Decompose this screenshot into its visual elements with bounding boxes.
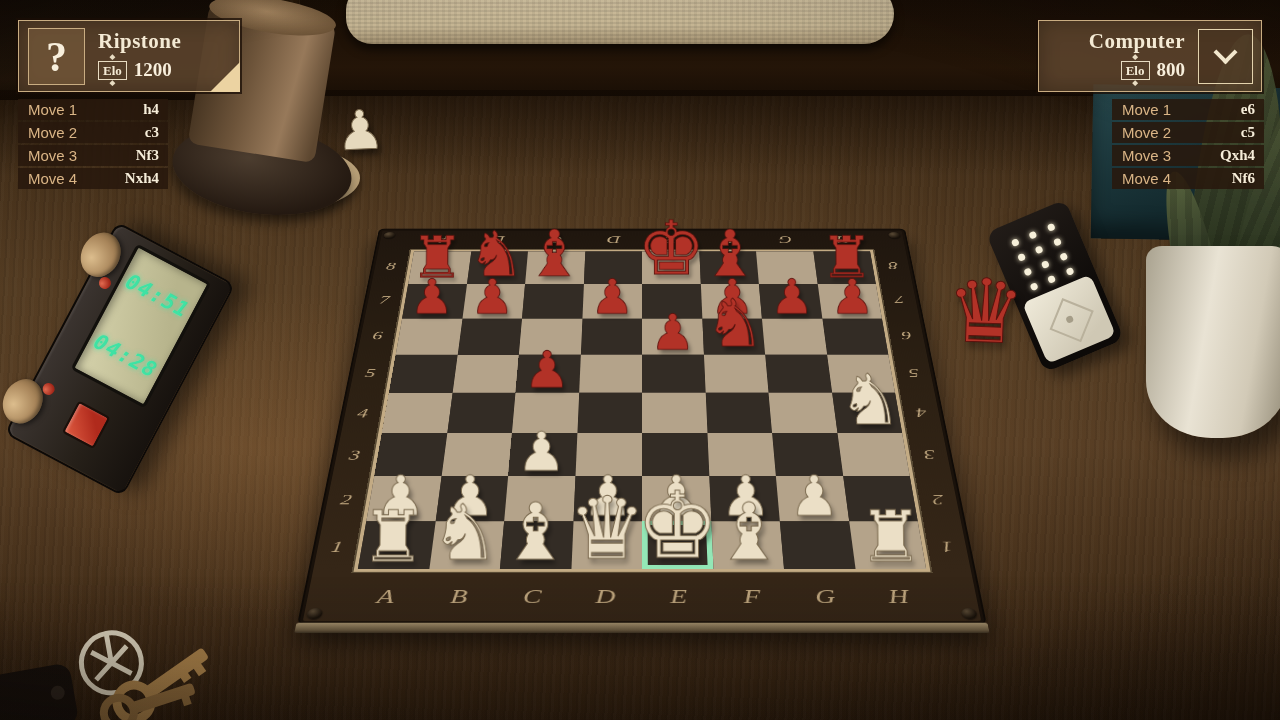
move-label: Move 2 — [1122, 124, 1171, 141]
captured-red-queen: ♛ — [944, 267, 1026, 358]
table-surface: 04:28 04:51 ♟ ♛ ABCDEFGH ABCDEFGH 876543… — [0, 0, 1280, 720]
red-knight-f6[interactable]: ♞ — [692, 291, 777, 357]
move-label: Move 4 — [28, 170, 77, 187]
square-h6[interactable] — [822, 318, 888, 354]
clock-plunger-left — [0, 372, 50, 430]
coord-label: A — [347, 585, 424, 608]
chess-board: ABCDEFGH ABCDEFGH 87654321 87654321 ♜♞♝♚… — [297, 229, 987, 625]
move-row: Move 4 Nxh4 — [18, 168, 168, 189]
seat-cushion — [346, 0, 894, 44]
square-h4[interactable]: ♞ — [832, 393, 902, 433]
car-keys — [0, 608, 214, 720]
elo-badge: Elo — [98, 61, 127, 80]
move-list-black: Move 1 e6 Move 2 c5 Move 3 Qxh4 Move 4 N… — [1112, 99, 1264, 189]
coord-label: 6 — [356, 317, 398, 354]
move-label: Move 4 — [1122, 170, 1171, 187]
coord-label: 4 — [340, 393, 385, 434]
red-pawn-b7[interactable]: ♟ — [450, 272, 533, 320]
coord-label: B — [421, 585, 497, 608]
red-pawn-c5[interactable]: ♟ — [503, 344, 591, 395]
move-row: Move 3 Qxh4 — [1112, 145, 1264, 166]
coord-label: E — [642, 585, 716, 608]
move-label: Move 3 — [1122, 147, 1171, 164]
square-a5[interactable] — [389, 355, 457, 393]
player-name: Computer — [1089, 29, 1185, 54]
captured-white-pawn: ♟ — [335, 103, 386, 159]
move-value: Nxh4 — [125, 170, 159, 187]
move-row: Move 1 h4 — [18, 99, 168, 120]
move-value: c5 — [1241, 124, 1255, 141]
move-row: Move 1 e6 — [1112, 99, 1264, 120]
move-value: h4 — [143, 101, 159, 118]
move-value: c3 — [145, 124, 159, 141]
square-c5[interactable]: ♟ — [515, 355, 580, 393]
square-f6[interactable]: ♞ — [702, 318, 765, 354]
square-b7[interactable]: ♟ — [462, 284, 525, 318]
square-a4[interactable] — [382, 393, 452, 433]
player-name: Ripstone — [98, 29, 181, 54]
coord-label: 8 — [874, 250, 913, 283]
move-row: Move 4 Nf6 — [1112, 168, 1264, 189]
plant-pot — [1146, 246, 1280, 438]
corner-screw — [888, 232, 901, 239]
coord-label: 1 — [923, 523, 972, 572]
corner-screw — [961, 608, 978, 619]
coord-label: 6 — [886, 317, 928, 354]
chevron-down-icon — [1213, 40, 1237, 64]
move-list-white: Move 1 h4 Move 2 c3 Move 3 Nf3 Move 4 Nx… — [18, 99, 168, 189]
coord-label: F — [699, 234, 757, 246]
square-f1[interactable]: ♝ — [711, 521, 784, 569]
board-playfield: ♜♞♝♚♝♜♟♟♟♟♟♟♟♞♟♞♟♟♟♟♟♟♟♜♞♝♛♚♝♜ — [354, 250, 931, 572]
coord-label: H — [860, 585, 937, 608]
square-h7[interactable]: ♟ — [817, 284, 882, 318]
move-row: Move 2 c5 — [1112, 122, 1264, 143]
coord-label: B — [469, 234, 528, 246]
square-f4[interactable] — [705, 393, 772, 433]
square-e4[interactable] — [642, 393, 707, 433]
coord-label: 7 — [880, 283, 920, 318]
coord-label: D — [568, 585, 642, 608]
move-label: Move 1 — [28, 101, 77, 118]
coord-label: 4 — [899, 393, 944, 434]
corner-screw — [306, 608, 323, 619]
coord-label: 5 — [892, 354, 935, 393]
board-grid: ♜♞♝♚♝♜♟♟♟♟♟♟♟♞♟♞♟♟♟♟♟♟♟♜♞♝♛♚♝♜ — [358, 251, 926, 569]
white-bishop-f1[interactable]: ♝ — [699, 493, 797, 572]
elo-value: 800 — [1157, 59, 1186, 81]
player-panel-black: Computer Elo 800 — [1038, 20, 1262, 92]
move-label: Move 2 — [28, 124, 77, 141]
square-a6[interactable] — [396, 318, 462, 354]
move-value: Nf3 — [136, 147, 159, 164]
player-panel-white: ? Ripstone Elo 1200 — [18, 20, 240, 92]
coord-label: 5 — [349, 354, 392, 393]
move-row: Move 3 Nf3 — [18, 145, 168, 166]
coord-label: A — [412, 234, 471, 246]
coord-label: C — [527, 234, 585, 246]
avatar: ? — [28, 28, 85, 85]
coord-label: D — [584, 234, 642, 246]
elo-value: 1200 — [134, 59, 172, 81]
clock-pin-right — [97, 275, 113, 291]
coord-label: G — [787, 585, 863, 608]
elo-badge: Elo — [1121, 61, 1150, 80]
coord-label: E — [642, 234, 700, 246]
clock-right-time: 04:51 — [121, 269, 193, 322]
move-value: Qxh4 — [1220, 147, 1255, 164]
coord-label: 3 — [907, 434, 953, 477]
move-label: Move 3 — [28, 147, 77, 164]
clock-pause-button — [62, 400, 111, 449]
coord-label: C — [495, 585, 570, 608]
coord-label: 2 — [914, 477, 962, 523]
move-value: Nf6 — [1232, 170, 1255, 187]
files-bottom: ABCDEFGH — [346, 577, 939, 616]
panel-fold — [210, 62, 240, 92]
coord-label: F — [715, 585, 790, 608]
square-h1[interactable]: ♜ — [849, 521, 926, 569]
square-f5[interactable] — [704, 355, 769, 393]
dropdown-button[interactable] — [1198, 29, 1253, 84]
coord-label: H — [813, 234, 872, 246]
coord-label: G — [756, 234, 815, 246]
clock-left-time: 04:28 — [89, 329, 161, 382]
square-e5[interactable] — [642, 355, 705, 393]
move-value: e6 — [1241, 101, 1255, 118]
move-label: Move 1 — [1122, 101, 1171, 118]
move-row: Move 2 c3 — [18, 122, 168, 143]
square-g5[interactable] — [765, 355, 832, 393]
corner-screw — [383, 232, 396, 239]
